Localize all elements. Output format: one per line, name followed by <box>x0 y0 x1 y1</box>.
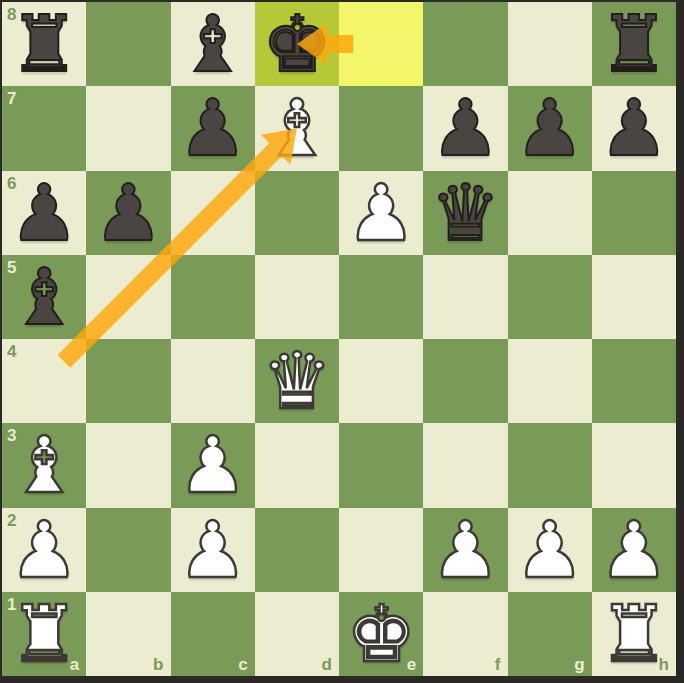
piece-white-pawn-g2[interactable]: ♟ <box>508 508 592 592</box>
piece-black-pawn-a6[interactable]: ♟ <box>2 171 86 255</box>
square-a7[interactable]: 7 <box>2 86 86 170</box>
square-e5[interactable] <box>339 255 423 339</box>
piece-black-bishop-c8[interactable]: ♝ <box>171 2 255 86</box>
piece-black-pawn-f7[interactable]: ♟ <box>423 86 507 170</box>
piece-white-pawn-f2[interactable]: ♟ <box>423 508 507 592</box>
square-a3[interactable]: 3♝ <box>2 423 86 507</box>
square-c1[interactable]: c <box>171 592 255 676</box>
square-a1[interactable]: 1a♜ <box>2 592 86 676</box>
piece-black-pawn-g7[interactable]: ♟ <box>508 86 592 170</box>
square-d2[interactable] <box>255 508 339 592</box>
piece-white-queen-d4[interactable]: ♛ <box>255 339 339 423</box>
piece-black-pawn-h7[interactable]: ♟ <box>592 86 676 170</box>
file-label-f: f <box>495 656 501 673</box>
square-e3[interactable] <box>339 423 423 507</box>
square-g7[interactable]: ♟ <box>508 86 592 170</box>
square-c8[interactable]: ♝ <box>171 2 255 86</box>
square-h7[interactable]: ♟ <box>592 86 676 170</box>
square-h1[interactable]: h♜ <box>592 592 676 676</box>
square-c7[interactable]: ♟ <box>171 86 255 170</box>
square-f5[interactable] <box>423 255 507 339</box>
square-f4[interactable] <box>423 339 507 423</box>
square-h2[interactable]: ♟ <box>592 508 676 592</box>
square-e1[interactable]: e♚ <box>339 592 423 676</box>
square-c2[interactable]: ♟ <box>171 508 255 592</box>
chess-board: 8♜♝♚♜7♟♝♟♟♟6♟♟♟♛5♝4♛3♝♟2♟♟♟♟♟1a♜bcde♚fgh… <box>2 2 676 676</box>
square-a5[interactable]: 5♝ <box>2 255 86 339</box>
piece-white-pawn-h2[interactable]: ♟ <box>592 508 676 592</box>
square-d1[interactable]: d <box>255 592 339 676</box>
square-a2[interactable]: 2♟ <box>2 508 86 592</box>
piece-white-pawn-c2[interactable]: ♟ <box>171 508 255 592</box>
square-b6[interactable]: ♟ <box>86 171 170 255</box>
square-f3[interactable] <box>423 423 507 507</box>
square-b8[interactable] <box>86 2 170 86</box>
square-g3[interactable] <box>508 423 592 507</box>
square-f6[interactable]: ♛ <box>423 171 507 255</box>
square-d3[interactable] <box>255 423 339 507</box>
rank-label-4: 4 <box>7 343 16 360</box>
square-b4[interactable] <box>86 339 170 423</box>
square-d4[interactable]: ♛ <box>255 339 339 423</box>
square-g6[interactable] <box>508 171 592 255</box>
square-b1[interactable]: b <box>86 592 170 676</box>
square-d8[interactable]: ♚ <box>255 2 339 86</box>
square-f7[interactable]: ♟ <box>423 86 507 170</box>
square-a8[interactable]: 8♜ <box>2 2 86 86</box>
square-f1[interactable]: f <box>423 592 507 676</box>
piece-white-pawn-c3[interactable]: ♟ <box>171 423 255 507</box>
square-f2[interactable]: ♟ <box>423 508 507 592</box>
piece-black-bishop-a5[interactable]: ♝ <box>2 255 86 339</box>
square-c5[interactable] <box>171 255 255 339</box>
file-label-d: d <box>322 656 332 673</box>
square-e6[interactable]: ♟ <box>339 171 423 255</box>
file-label-c: c <box>238 656 247 673</box>
square-b5[interactable] <box>86 255 170 339</box>
square-h8[interactable]: ♜ <box>592 2 676 86</box>
square-b7[interactable] <box>86 86 170 170</box>
square-e8[interactable] <box>339 2 423 86</box>
square-h5[interactable] <box>592 255 676 339</box>
square-c4[interactable] <box>171 339 255 423</box>
square-g8[interactable] <box>508 2 592 86</box>
file-label-g: g <box>574 656 584 673</box>
square-g1[interactable]: g <box>508 592 592 676</box>
square-h4[interactable] <box>592 339 676 423</box>
square-a4[interactable]: 4 <box>2 339 86 423</box>
square-h6[interactable] <box>592 171 676 255</box>
piece-black-rook-h8[interactable]: ♜ <box>592 2 676 86</box>
square-c3[interactable]: ♟ <box>171 423 255 507</box>
square-e4[interactable] <box>339 339 423 423</box>
square-a6[interactable]: 6♟ <box>2 171 86 255</box>
square-d6[interactable] <box>255 171 339 255</box>
piece-black-king-d8[interactable]: ♚ <box>255 2 339 86</box>
file-label-b: b <box>153 656 163 673</box>
square-b3[interactable] <box>86 423 170 507</box>
piece-black-pawn-b6[interactable]: ♟ <box>86 171 170 255</box>
square-b2[interactable] <box>86 508 170 592</box>
piece-white-rook-h1[interactable]: ♜ <box>592 592 676 676</box>
square-c6[interactable] <box>171 171 255 255</box>
piece-black-rook-a8[interactable]: ♜ <box>2 2 86 86</box>
piece-black-pawn-c7[interactable]: ♟ <box>171 86 255 170</box>
rank-label-7: 7 <box>7 90 16 107</box>
piece-white-king-e1[interactable]: ♚ <box>339 592 423 676</box>
square-h3[interactable] <box>592 423 676 507</box>
piece-white-rook-a1[interactable]: ♜ <box>2 592 86 676</box>
square-g2[interactable]: ♟ <box>508 508 592 592</box>
square-e2[interactable] <box>339 508 423 592</box>
square-g4[interactable] <box>508 339 592 423</box>
piece-white-bishop-a3[interactable]: ♝ <box>2 423 86 507</box>
square-d7[interactable]: ♝ <box>255 86 339 170</box>
square-e7[interactable] <box>339 86 423 170</box>
square-g5[interactable] <box>508 255 592 339</box>
square-d5[interactable] <box>255 255 339 339</box>
piece-white-bishop-d7[interactable]: ♝ <box>255 86 339 170</box>
square-f8[interactable] <box>423 2 507 86</box>
piece-black-queen-f6[interactable]: ♛ <box>423 171 507 255</box>
piece-white-pawn-a2[interactable]: ♟ <box>2 508 86 592</box>
piece-white-pawn-e6[interactable]: ♟ <box>339 171 423 255</box>
